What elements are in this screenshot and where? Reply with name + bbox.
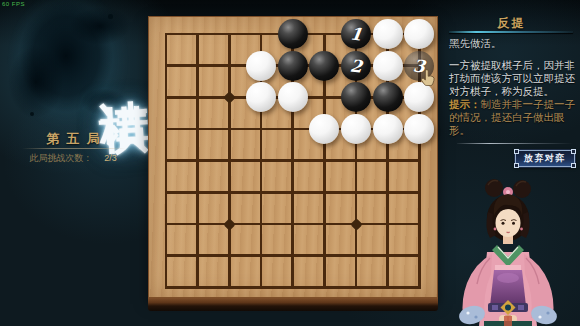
puzzle-title: 反提 [443, 15, 580, 32]
character-illustration [440, 166, 580, 326]
black-stone: 2 [341, 51, 371, 81]
white-stone [404, 19, 434, 49]
attempts-row: 此局挑战次数： 2/3 [0, 152, 146, 164]
left-sidebar: 诘棋 第五局 此局挑战次数： 2/3 [0, 0, 146, 326]
star-point [350, 218, 363, 231]
sidebar-divider [22, 148, 126, 149]
black-stone [278, 19, 308, 49]
game-screen: 60 FPS 诘棋 第五局 此局挑战次数： 2/3 123 反提 黑先做活。 一… [0, 0, 580, 326]
black-stone [278, 51, 308, 81]
button-corner-ornament [571, 163, 576, 168]
move-number-label: 2 [339, 49, 372, 82]
white-stone [373, 51, 403, 81]
grid-line-horizontal [165, 159, 421, 161]
hint-line: 提示：制造并非一子提一子的情况，提还白子做出眼形。 [449, 98, 577, 137]
grid-line-horizontal [165, 191, 421, 193]
white-stone [404, 114, 434, 144]
white-stone [246, 82, 276, 112]
star-point [223, 218, 236, 231]
grid-line-horizontal [165, 254, 421, 256]
move-number-label: 1 [339, 17, 372, 50]
objective-text: 黑先做活。 [449, 37, 577, 50]
button-divider [457, 143, 573, 144]
hint-label: 提示： [449, 98, 481, 110]
black-stone [373, 82, 403, 112]
puzzle-mode-title: 诘棋 [0, 2, 149, 133]
puzzle-text: 黑先做活。 一方被提取棋子后，因并非打劫而使该方可以立即提还对方棋子，称为反提。… [449, 37, 577, 137]
title-divider [449, 31, 573, 33]
hand-cursor-icon [420, 69, 435, 86]
round-label: 第五局 [0, 130, 146, 148]
button-corner-ornament [571, 149, 576, 154]
white-stone [373, 114, 403, 144]
black-stone [341, 82, 371, 112]
black-stone: 1 [341, 19, 371, 49]
go-board[interactable]: 123 [148, 16, 438, 298]
fps-counter: 60 FPS [2, 1, 25, 7]
white-stone [309, 114, 339, 144]
board-side-edge [148, 298, 438, 311]
grid-line-horizontal [165, 286, 421, 288]
white-stone [246, 51, 276, 81]
white-stone [278, 82, 308, 112]
black-stone [309, 51, 339, 81]
white-stone [404, 82, 434, 112]
give-up-button[interactable]: 放弃对弈 [515, 150, 575, 167]
board-grid[interactable]: 123 [166, 34, 419, 287]
button-corner-ornament [514, 163, 519, 168]
white-stone [341, 114, 371, 144]
attempts-label: 此局挑战次数： [29, 152, 92, 164]
star-point [223, 91, 236, 104]
grid-line-horizontal [165, 223, 421, 225]
give-up-button-label: 放弃对弈 [524, 152, 566, 165]
attempts-value: 2/3 [104, 152, 117, 164]
rule-description: 一方被提取棋子后，因并非打劫而使该方可以立即提还对方棋子，称为反提。 [449, 59, 577, 98]
white-stone [373, 19, 403, 49]
button-corner-ornament [514, 149, 519, 154]
info-panel: 反提 黑先做活。 一方被提取棋子后，因并非打劫而使该方可以立即提还对方棋子，称为… [443, 8, 580, 32]
